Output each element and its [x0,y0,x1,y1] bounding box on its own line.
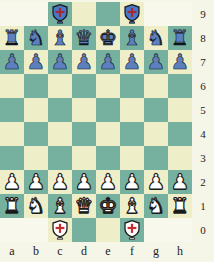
white-shield-piece[interactable] [49,219,71,241]
square-e1[interactable]: ♚ [96,194,120,218]
square-h5[interactable] [168,98,192,122]
square-b0[interactable] [24,218,48,242]
square-c6[interactable] [48,74,72,98]
square-d6[interactable] [72,74,96,98]
square-c1[interactable]: ♝ [48,194,72,218]
square-g0[interactable] [144,218,168,242]
square-c9[interactable] [48,2,72,26]
square-g8[interactable]: ♞ [144,26,168,50]
file-labels: abcdefgh [0,242,192,262]
square-d3[interactable] [72,146,96,170]
black-queen[interactable]: ♛ [72,26,96,50]
square-a8[interactable]: ♜ [0,26,24,50]
black-pawn[interactable]: ♟ [144,50,168,74]
square-f4[interactable] [120,122,144,146]
file-label-e: e [96,242,120,262]
white-bishop[interactable]: ♝ [48,194,72,218]
square-h1[interactable]: ♜ [168,194,192,218]
square-a3[interactable] [0,146,24,170]
file-label-a: a [0,242,24,262]
black-bishop[interactable]: ♝ [48,26,72,50]
white-pawn[interactable]: ♟ [96,170,120,194]
square-d4[interactable] [72,122,96,146]
square-f3[interactable] [120,146,144,170]
square-c8[interactable]: ♝ [48,26,72,50]
square-f1[interactable]: ♝ [120,194,144,218]
square-d1[interactable]: ♛ [72,194,96,218]
white-bishop[interactable]: ♝ [120,194,144,218]
square-g3[interactable] [144,146,168,170]
square-b3[interactable] [24,146,48,170]
square-h2[interactable]: ♟ [168,170,192,194]
square-f2[interactable]: ♟ [120,170,144,194]
square-e9[interactable] [96,2,120,26]
square-g1[interactable]: ♞ [144,194,168,218]
square-a9[interactable] [0,2,24,26]
black-pawn[interactable]: ♟ [96,50,120,74]
rank-labels: 9876543210 [192,2,214,242]
square-c2[interactable]: ♟ [48,170,72,194]
square-e5[interactable] [96,98,120,122]
black-king[interactable]: ♚ [96,26,120,50]
square-g5[interactable] [144,98,168,122]
square-g4[interactable] [144,122,168,146]
square-b7[interactable]: ♟ [24,50,48,74]
black-bishop[interactable]: ♝ [120,26,144,50]
rank-label-7: 7 [192,50,214,74]
square-h8[interactable]: ♜ [168,26,192,50]
white-shield-piece[interactable] [121,219,143,241]
square-e6[interactable] [96,74,120,98]
file-label-g: g [144,242,168,262]
square-b9[interactable] [24,2,48,26]
square-h7[interactable]: ♟ [168,50,192,74]
square-e8[interactable]: ♚ [96,26,120,50]
black-shield-piece[interactable] [49,3,71,25]
square-h6[interactable] [168,74,192,98]
square-d2[interactable]: ♟ [72,170,96,194]
square-c3[interactable] [48,146,72,170]
square-f7[interactable]: ♟ [120,50,144,74]
square-d8[interactable]: ♛ [72,26,96,50]
white-pawn[interactable]: ♟ [120,170,144,194]
square-b2[interactable]: ♟ [24,170,48,194]
square-h3[interactable] [168,146,192,170]
square-a2[interactable]: ♟ [0,170,24,194]
square-g6[interactable] [144,74,168,98]
file-label-h: h [168,242,192,262]
square-g7[interactable]: ♟ [144,50,168,74]
chess-variant-board-window: ♜♞♝♛♚♝♞♜♟♟♟♟♟♟♟♟♟♟♟♟♟♟♟♟♜♞♝♛♚♝♞♜ 9876543… [0,0,214,262]
rank-label-3: 3 [192,146,214,170]
square-d0[interactable] [72,218,96,242]
rank-label-0: 0 [192,218,214,242]
white-pawn[interactable]: ♟ [144,170,168,194]
rank-label-5: 5 [192,98,214,122]
square-h4[interactable] [168,122,192,146]
square-c4[interactable] [48,122,72,146]
square-e4[interactable] [96,122,120,146]
square-a4[interactable] [0,122,24,146]
file-label-c: c [48,242,72,262]
square-c7[interactable]: ♟ [48,50,72,74]
black-knight[interactable]: ♞ [144,26,168,50]
square-a7[interactable]: ♟ [0,50,24,74]
black-pawn[interactable]: ♟ [120,50,144,74]
square-a0[interactable] [0,218,24,242]
square-d9[interactable] [72,2,96,26]
square-h9[interactable] [168,2,192,26]
file-label-d: d [72,242,96,262]
rank-label-6: 6 [192,74,214,98]
square-c5[interactable] [48,98,72,122]
file-label-f: f [120,242,144,262]
white-pawn[interactable]: ♟ [72,170,96,194]
white-knight[interactable]: ♞ [24,194,48,218]
square-g9[interactable] [144,2,168,26]
black-rook[interactable]: ♜ [0,26,24,50]
square-a6[interactable] [0,74,24,98]
game-board: ♜♞♝♛♚♝♞♜♟♟♟♟♟♟♟♟♟♟♟♟♟♟♟♟♜♞♝♛♚♝♞♜ [0,2,192,242]
square-b5[interactable] [24,98,48,122]
black-pawn[interactable]: ♟ [72,50,96,74]
square-e2[interactable]: ♟ [96,170,120,194]
square-e0[interactable] [96,218,120,242]
white-rook[interactable]: ♜ [0,194,24,218]
file-label-b: b [24,242,48,262]
square-b1[interactable]: ♞ [24,194,48,218]
black-shield-piece[interactable] [121,3,143,25]
square-f0[interactable] [120,218,144,242]
square-g2[interactable]: ♟ [144,170,168,194]
black-pawn[interactable]: ♟ [0,50,24,74]
black-pawn[interactable]: ♟ [168,50,192,74]
square-c0[interactable] [48,218,72,242]
white-king[interactable]: ♚ [96,194,120,218]
square-b6[interactable] [24,74,48,98]
square-f6[interactable] [120,74,144,98]
white-pawn[interactable]: ♟ [24,170,48,194]
black-pawn[interactable]: ♟ [48,50,72,74]
square-b4[interactable] [24,122,48,146]
rank-label-2: 2 [192,170,214,194]
rank-label-1: 1 [192,194,214,218]
white-pawn[interactable]: ♟ [48,170,72,194]
square-f8[interactable]: ♝ [120,26,144,50]
square-h0[interactable] [168,218,192,242]
white-pawn[interactable]: ♟ [168,170,192,194]
square-b8[interactable]: ♞ [24,26,48,50]
black-knight[interactable]: ♞ [24,26,48,50]
rank-label-8: 8 [192,26,214,50]
white-queen[interactable]: ♛ [72,194,96,218]
black-pawn[interactable]: ♟ [24,50,48,74]
white-pawn[interactable]: ♟ [0,170,24,194]
square-f5[interactable] [120,98,144,122]
rank-label-9: 9 [192,2,214,26]
square-f9[interactable] [120,2,144,26]
white-rook[interactable]: ♜ [168,194,192,218]
white-knight[interactable]: ♞ [144,194,168,218]
square-d7[interactable]: ♟ [72,50,96,74]
square-a5[interactable] [0,98,24,122]
black-rook[interactable]: ♜ [168,26,192,50]
rank-label-4: 4 [192,122,214,146]
square-e7[interactable]: ♟ [96,50,120,74]
square-e3[interactable] [96,146,120,170]
square-a1[interactable]: ♜ [0,194,24,218]
square-d5[interactable] [72,98,96,122]
